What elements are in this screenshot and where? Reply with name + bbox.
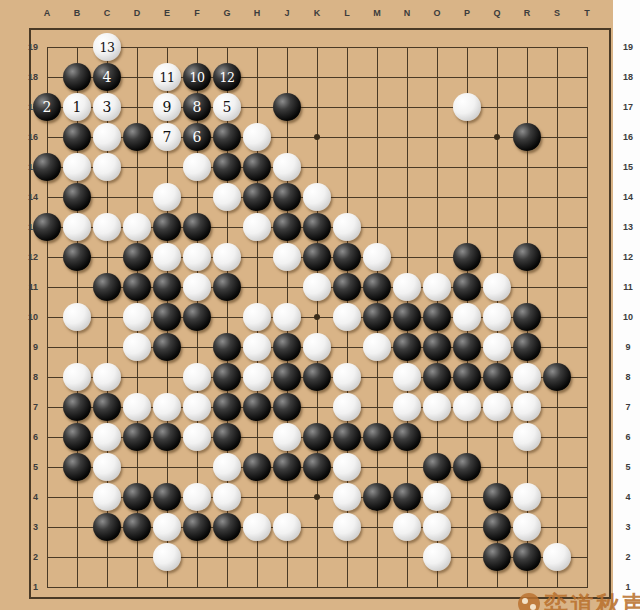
intersection-E1 — [152, 572, 182, 602]
intersection-C19: 13 — [92, 32, 122, 62]
white-stone-R8 — [513, 363, 541, 391]
intersection-M14 — [362, 182, 392, 212]
intersection-N3 — [392, 512, 422, 542]
black-stone-R2 — [513, 543, 541, 571]
intersection-A15 — [32, 152, 62, 182]
intersection-G6 — [212, 422, 242, 452]
black-stone-R10 — [513, 303, 541, 331]
intersection-K1 — [302, 572, 332, 602]
intersection-H9 — [242, 332, 272, 362]
black-stone-M4 — [363, 483, 391, 511]
move-number-7: 7 — [153, 123, 181, 151]
column-label-O: O — [422, 8, 452, 18]
black-stone-G3 — [213, 513, 241, 541]
black-stone-N4 — [393, 483, 421, 511]
intersection-N15 — [392, 152, 422, 182]
intersection-F13 — [182, 212, 212, 242]
intersection-K7 — [302, 392, 332, 422]
white-stone-L5 — [333, 453, 361, 481]
column-label-L: L — [332, 8, 362, 18]
white-stone-G14 — [213, 183, 241, 211]
intersection-M4 — [362, 482, 392, 512]
intersection-T10 — [572, 302, 602, 332]
column-label-Q: Q — [482, 8, 512, 18]
watermark-text: 弈道秋声 — [544, 589, 640, 610]
intersection-H6 — [242, 422, 272, 452]
intersection-O14 — [422, 182, 452, 212]
intersection-L2 — [332, 542, 362, 572]
intersection-D8 — [122, 362, 152, 392]
black-stone-G16 — [213, 123, 241, 151]
intersection-R17 — [512, 92, 542, 122]
black-stone-B7 — [63, 393, 91, 421]
intersection-S9 — [542, 332, 572, 362]
intersection-K11 — [302, 272, 332, 302]
column-label-J: J — [272, 8, 302, 18]
white-stone-O4 — [423, 483, 451, 511]
intersection-C7 — [92, 392, 122, 422]
intersection-N16 — [392, 122, 422, 152]
intersection-D2 — [122, 542, 152, 572]
intersection-S18 — [542, 62, 572, 92]
intersection-M9 — [362, 332, 392, 362]
row-label-right-13: 13 — [617, 220, 639, 234]
intersection-S2 — [542, 542, 572, 572]
intersection-B7 — [62, 392, 92, 422]
intersection-G5 — [212, 452, 242, 482]
intersection-R16 — [512, 122, 542, 152]
intersection-K5 — [302, 452, 332, 482]
white-stone-D9 — [123, 333, 151, 361]
go-diagram: 13411101221398576 ABCDEFGHJKLMNOPQRST 19… — [0, 0, 640, 610]
white-stone-G17: 5 — [213, 93, 241, 121]
intersection-S5 — [542, 452, 572, 482]
intersection-N13 — [392, 212, 422, 242]
white-stone-C8 — [93, 363, 121, 391]
white-stone-F15 — [183, 153, 211, 181]
intersection-B18 — [62, 62, 92, 92]
row-label-left-16: 16 — [8, 130, 38, 144]
intersection-E17: 9 — [152, 92, 182, 122]
white-stone-O7 — [423, 393, 451, 421]
white-stone-M9 — [363, 333, 391, 361]
intersection-D6 — [122, 422, 152, 452]
row-label-right-17: 17 — [617, 100, 639, 114]
intersection-T8 — [572, 362, 602, 392]
move-number-3: 3 — [93, 93, 121, 121]
intersection-S19 — [542, 32, 572, 62]
white-stone-J12 — [273, 243, 301, 271]
intersection-L12 — [332, 242, 362, 272]
black-stone-J14 — [273, 183, 301, 211]
intersection-H1 — [242, 572, 272, 602]
intersection-P14 — [452, 182, 482, 212]
intersection-E3 — [152, 512, 182, 542]
intersection-J2 — [272, 542, 302, 572]
black-stone-B6 — [63, 423, 91, 451]
intersection-Q2 — [482, 542, 512, 572]
black-stone-F13 — [183, 213, 211, 241]
intersection-P15 — [452, 152, 482, 182]
intersection-D14 — [122, 182, 152, 212]
move-number-12: 12 — [213, 63, 241, 91]
black-stone-K6 — [303, 423, 331, 451]
intersection-K15 — [302, 152, 332, 182]
intersection-S17 — [542, 92, 572, 122]
intersection-L18 — [332, 62, 362, 92]
intersection-J19 — [272, 32, 302, 62]
intersection-R10 — [512, 302, 542, 332]
intersection-H15 — [242, 152, 272, 182]
intersection-F14 — [182, 182, 212, 212]
intersection-S15 — [542, 152, 572, 182]
intersection-H5 — [242, 452, 272, 482]
black-stone-D4 — [123, 483, 151, 511]
intersection-E7 — [152, 392, 182, 422]
black-stone-E9 — [153, 333, 181, 361]
intersection-O9 — [422, 332, 452, 362]
black-stone-B12 — [63, 243, 91, 271]
intersection-M11 — [362, 272, 392, 302]
intersection-G10 — [212, 302, 242, 332]
black-stone-N6 — [393, 423, 421, 451]
intersection-H11 — [242, 272, 272, 302]
column-label-H: H — [242, 8, 272, 18]
white-stone-R3 — [513, 513, 541, 541]
column-label-G: G — [212, 8, 242, 18]
black-stone-F17: 8 — [183, 93, 211, 121]
intersection-M1 — [362, 572, 392, 602]
black-stone-Q4 — [483, 483, 511, 511]
white-stone-R6 — [513, 423, 541, 451]
intersection-S4 — [542, 482, 572, 512]
intersection-N4 — [392, 482, 422, 512]
intersection-R14 — [512, 182, 542, 212]
black-stone-L6 — [333, 423, 361, 451]
row-label-right-2: 2 — [617, 550, 639, 564]
intersection-S14 — [542, 182, 572, 212]
row-label-left-11: 11 — [8, 280, 38, 294]
intersection-K12 — [302, 242, 332, 272]
intersection-R2 — [512, 542, 542, 572]
intersection-G12 — [212, 242, 242, 272]
black-stone-C3 — [93, 513, 121, 541]
intersection-Q3 — [482, 512, 512, 542]
intersection-G8 — [212, 362, 242, 392]
intersection-N8 — [392, 362, 422, 392]
black-stone-D16 — [123, 123, 151, 151]
white-stone-O3 — [423, 513, 451, 541]
intersection-J15 — [272, 152, 302, 182]
intersection-R9 — [512, 332, 542, 362]
black-stone-P12 — [453, 243, 481, 271]
intersection-T12 — [572, 242, 602, 272]
black-stone-B14 — [63, 183, 91, 211]
intersection-R7 — [512, 392, 542, 422]
intersection-O4 — [422, 482, 452, 512]
intersection-D4 — [122, 482, 152, 512]
row-label-right-18: 18 — [617, 70, 639, 84]
black-stone-J5 — [273, 453, 301, 481]
intersection-K10 — [302, 302, 332, 332]
intersection-E9 — [152, 332, 182, 362]
intersection-H18 — [242, 62, 272, 92]
intersection-J6 — [272, 422, 302, 452]
row-label-right-9: 9 — [617, 340, 639, 354]
intersection-Q17 — [482, 92, 512, 122]
black-stone-F16: 6 — [183, 123, 211, 151]
white-stone-C15 — [93, 153, 121, 181]
intersection-K18 — [302, 62, 332, 92]
white-stone-B13 — [63, 213, 91, 241]
intersection-P5 — [452, 452, 482, 482]
intersection-E14 — [152, 182, 182, 212]
intersection-C13 — [92, 212, 122, 242]
black-stone-A13 — [33, 213, 61, 241]
intersection-J7 — [272, 392, 302, 422]
move-number-2: 2 — [33, 93, 61, 121]
column-label-P: P — [452, 8, 482, 18]
intersection-Q6 — [482, 422, 512, 452]
intersection-B14 — [62, 182, 92, 212]
intersection-S10 — [542, 302, 572, 332]
intersection-M7 — [362, 392, 392, 422]
white-stone-C4 — [93, 483, 121, 511]
white-stone-E3 — [153, 513, 181, 541]
intersection-J3 — [272, 512, 302, 542]
intersection-J11 — [272, 272, 302, 302]
intersection-O12 — [422, 242, 452, 272]
white-stone-K11 — [303, 273, 331, 301]
intersection-E16: 7 — [152, 122, 182, 152]
intersection-O15 — [422, 152, 452, 182]
intersection-P3 — [452, 512, 482, 542]
row-label-right-3: 3 — [617, 520, 639, 534]
black-stone-G6 — [213, 423, 241, 451]
intersection-G13 — [212, 212, 242, 242]
intersection-T17 — [572, 92, 602, 122]
black-stone-L11 — [333, 273, 361, 301]
intersection-G15 — [212, 152, 242, 182]
intersection-N5 — [392, 452, 422, 482]
intersection-B4 — [62, 482, 92, 512]
intersection-B17: 1 — [62, 92, 92, 122]
white-stone-L7 — [333, 393, 361, 421]
intersection-M17 — [362, 92, 392, 122]
intersection-F17: 8 — [182, 92, 212, 122]
intersection-S3 — [542, 512, 572, 542]
white-stone-F8 — [183, 363, 211, 391]
black-stone-F10 — [183, 303, 211, 331]
white-stone-J15 — [273, 153, 301, 181]
row-label-left-1: 1 — [8, 580, 38, 594]
intersection-H19 — [242, 32, 272, 62]
intersection-H12 — [242, 242, 272, 272]
intersection-T16 — [572, 122, 602, 152]
black-stone-K12 — [303, 243, 331, 271]
intersection-K2 — [302, 542, 332, 572]
intersection-Q18 — [482, 62, 512, 92]
intersection-O5 — [422, 452, 452, 482]
row-label-right-15: 15 — [617, 160, 639, 174]
black-stone-N9 — [393, 333, 421, 361]
intersection-N7 — [392, 392, 422, 422]
black-stone-O8 — [423, 363, 451, 391]
intersection-D3 — [122, 512, 152, 542]
intersection-N1 — [392, 572, 422, 602]
white-stone-C16 — [93, 123, 121, 151]
intersection-F2 — [182, 542, 212, 572]
intersection-Q1 — [482, 572, 512, 602]
intersection-K8 — [302, 362, 332, 392]
column-label-A: A — [32, 8, 62, 18]
white-stone-L4 — [333, 483, 361, 511]
column-label-M: M — [362, 8, 392, 18]
intersection-C1 — [92, 572, 122, 602]
intersection-C10 — [92, 302, 122, 332]
black-stone-A15 — [33, 153, 61, 181]
black-stone-F18: 10 — [183, 63, 211, 91]
black-stone-B18 — [63, 63, 91, 91]
white-stone-J10 — [273, 303, 301, 331]
intersection-E11 — [152, 272, 182, 302]
move-number-6: 6 — [183, 123, 211, 151]
intersection-B12 — [62, 242, 92, 272]
row-label-right-11: 11 — [617, 280, 639, 294]
white-stone-B8 — [63, 363, 91, 391]
intersection-C16 — [92, 122, 122, 152]
intersection-C18: 4 — [92, 62, 122, 92]
white-stone-Q10 — [483, 303, 511, 331]
intersection-B10 — [62, 302, 92, 332]
white-stone-K14 — [303, 183, 331, 211]
intersection-L6 — [332, 422, 362, 452]
white-stone-N11 — [393, 273, 421, 301]
black-stone-D11 — [123, 273, 151, 301]
white-stone-L8 — [333, 363, 361, 391]
intersection-E8 — [152, 362, 182, 392]
intersection-F19 — [182, 32, 212, 62]
intersection-C11 — [92, 272, 122, 302]
intersection-Q11 — [482, 272, 512, 302]
white-stone-G12 — [213, 243, 241, 271]
intersection-Q13 — [482, 212, 512, 242]
white-stone-E17: 9 — [153, 93, 181, 121]
intersection-P19 — [452, 32, 482, 62]
white-stone-P10 — [453, 303, 481, 331]
white-stone-C19: 13 — [93, 33, 121, 61]
intersection-R19 — [512, 32, 542, 62]
intersection-T9 — [572, 332, 602, 362]
intersection-D18 — [122, 62, 152, 92]
intersection-B13 — [62, 212, 92, 242]
intersection-D12 — [122, 242, 152, 272]
intersection-H3 — [242, 512, 272, 542]
black-stone-E13 — [153, 213, 181, 241]
white-stone-H8 — [243, 363, 271, 391]
intersection-D11 — [122, 272, 152, 302]
intersection-E19 — [152, 32, 182, 62]
intersection-N11 — [392, 272, 422, 302]
column-label-F: F — [182, 8, 212, 18]
intersection-E5 — [152, 452, 182, 482]
intersection-H14 — [242, 182, 272, 212]
white-stone-E16: 7 — [153, 123, 181, 151]
intersection-J17 — [272, 92, 302, 122]
intersection-F11 — [182, 272, 212, 302]
white-stone-P7 — [453, 393, 481, 421]
black-stone-D12 — [123, 243, 151, 271]
black-stone-E6 — [153, 423, 181, 451]
intersection-L16 — [332, 122, 362, 152]
intersection-H16 — [242, 122, 272, 152]
black-stone-M11 — [363, 273, 391, 301]
intersection-O8 — [422, 362, 452, 392]
white-stone-F12 — [183, 243, 211, 271]
intersection-J9 — [272, 332, 302, 362]
intersection-K13 — [302, 212, 332, 242]
black-stone-G18: 12 — [213, 63, 241, 91]
intersection-R18 — [512, 62, 542, 92]
intersection-M8 — [362, 362, 392, 392]
black-stone-E10 — [153, 303, 181, 331]
row-label-left-2: 2 — [8, 550, 38, 564]
white-stone-F11 — [183, 273, 211, 301]
intersection-C3 — [92, 512, 122, 542]
black-stone-J13 — [273, 213, 301, 241]
intersection-K6 — [302, 422, 332, 452]
black-stone-O5 — [423, 453, 451, 481]
black-stone-O10 — [423, 303, 451, 331]
intersection-N18 — [392, 62, 422, 92]
intersection-D16 — [122, 122, 152, 152]
move-number-8: 8 — [183, 93, 211, 121]
intersection-T6 — [572, 422, 602, 452]
intersection-H2 — [242, 542, 272, 572]
black-stone-G7 — [213, 393, 241, 421]
white-stone-N7 — [393, 393, 421, 421]
intersection-R15 — [512, 152, 542, 182]
row-label-left-12: 12 — [8, 250, 38, 264]
intersection-K14 — [302, 182, 332, 212]
black-stone-D3 — [123, 513, 151, 541]
intersection-D13 — [122, 212, 152, 242]
intersection-D19 — [122, 32, 152, 62]
white-stone-M12 — [363, 243, 391, 271]
intersection-B11 — [62, 272, 92, 302]
board-grid: 13411101221398576 — [32, 32, 602, 602]
white-stone-F6 — [183, 423, 211, 451]
intersection-K4 — [302, 482, 332, 512]
intersection-Q15 — [482, 152, 512, 182]
intersection-H8 — [242, 362, 272, 392]
row-label-left-18: 18 — [8, 70, 38, 84]
intersection-P18 — [452, 62, 482, 92]
intersection-T2 — [572, 542, 602, 572]
intersection-E18: 11 — [152, 62, 182, 92]
row-label-left-5: 5 — [8, 460, 38, 474]
move-number-11: 11 — [153, 63, 181, 91]
intersection-A13 — [32, 212, 62, 242]
intersection-L14 — [332, 182, 362, 212]
intersection-C12 — [92, 242, 122, 272]
intersection-M12 — [362, 242, 392, 272]
black-stone-B16 — [63, 123, 91, 151]
intersection-J13 — [272, 212, 302, 242]
intersection-L10 — [332, 302, 362, 332]
intersection-B2 — [62, 542, 92, 572]
intersection-B3 — [62, 512, 92, 542]
